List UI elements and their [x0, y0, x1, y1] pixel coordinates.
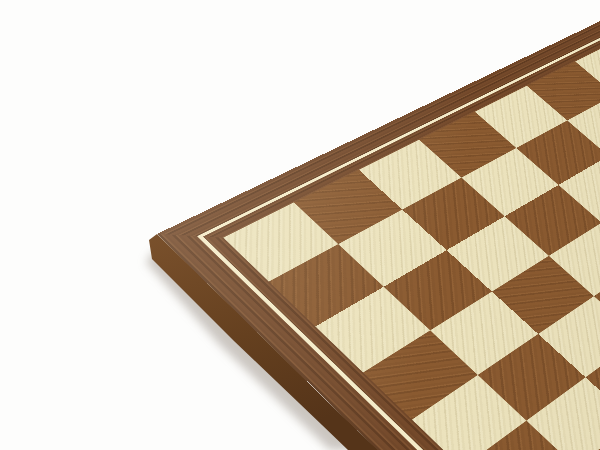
chessboard-photo	[0, 0, 600, 450]
